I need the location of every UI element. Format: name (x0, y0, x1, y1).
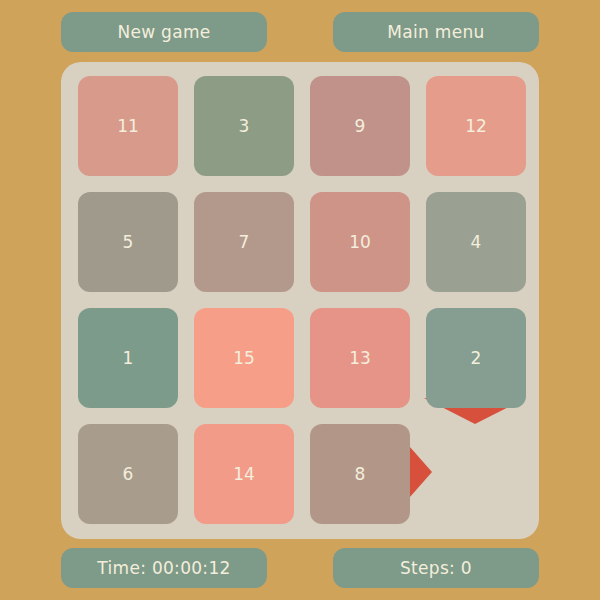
tile-9[interactable]: 9 (310, 76, 410, 176)
tile-8[interactable]: 8 (310, 424, 410, 524)
tiles-layer: 113912571041151326148 (0, 0, 600, 600)
tile-10[interactable]: 10 (310, 192, 410, 292)
empty-cell (426, 424, 526, 524)
tile-7[interactable]: 7 (194, 192, 294, 292)
tile-5[interactable]: 5 (78, 192, 178, 292)
tile-2[interactable]: 2 (426, 308, 526, 408)
tile-15[interactable]: 15 (194, 308, 294, 408)
tile-3[interactable]: 3 (194, 76, 294, 176)
tile-12[interactable]: 12 (426, 76, 526, 176)
tile-4[interactable]: 4 (426, 192, 526, 292)
tile-11[interactable]: 11 (78, 76, 178, 176)
tile-6[interactable]: 6 (78, 424, 178, 524)
tile-13[interactable]: 13 (310, 308, 410, 408)
tile-1[interactable]: 1 (78, 308, 178, 408)
tile-14[interactable]: 14 (194, 424, 294, 524)
